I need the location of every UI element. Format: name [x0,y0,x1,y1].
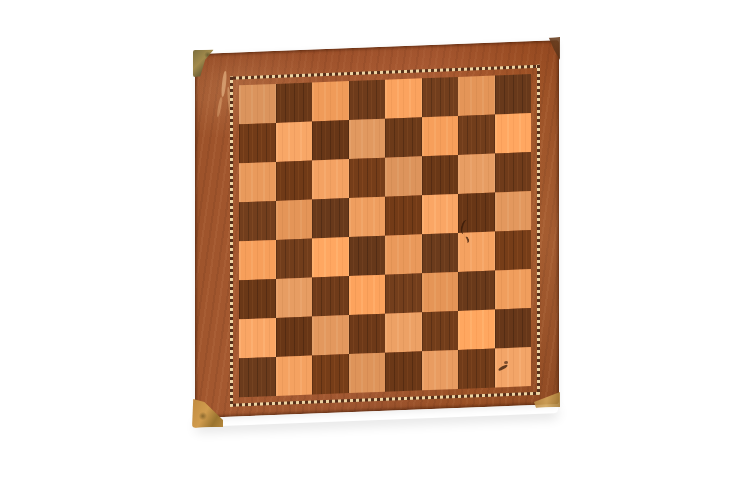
square-g1 [458,348,495,388]
square-b8 [276,83,313,123]
square-a2 [239,318,276,358]
square-g3 [458,270,495,310]
corner-bracket-top-left [193,49,214,77]
square-e2 [385,312,422,352]
square-h5 [495,191,532,231]
square-e3 [385,273,422,313]
square-h6 [495,152,532,192]
square-f4 [422,233,459,273]
square-a4 [239,240,276,280]
square-e8 [385,78,422,118]
square-h8 [495,74,532,114]
square-b3 [276,278,313,318]
square-f2 [422,311,459,351]
square-c2 [312,315,349,355]
square-f3 [422,272,459,312]
chessboard [195,40,559,427]
square-d6 [349,158,386,198]
square-b1 [276,356,313,396]
wear-mark [216,97,222,117]
square-f6 [422,155,459,195]
square-h4 [495,230,532,270]
inlay-border-right [537,65,540,395]
board-grid [239,74,531,397]
square-f1 [422,350,459,390]
square-e1 [385,351,422,391]
square-d8 [349,80,386,120]
square-f7 [422,116,459,156]
square-e4 [385,234,422,274]
square-a7 [239,123,276,163]
square-f8 [422,77,459,117]
square-c4 [312,237,349,277]
photo-background [0,0,750,500]
square-a1 [239,357,276,397]
square-b6 [276,161,313,201]
square-d3 [349,275,386,315]
square-g2 [458,309,495,349]
square-d5 [349,197,386,237]
square-a5 [239,201,276,241]
square-c3 [312,276,349,316]
square-b4 [276,239,313,279]
square-b5 [276,200,313,240]
square-d7 [349,119,386,159]
square-d4 [349,236,386,276]
square-e5 [385,195,422,235]
wear-mark [221,71,228,97]
square-b7 [276,122,313,162]
square-b2 [276,317,313,357]
square-a6 [239,162,276,202]
square-h7 [495,113,532,153]
square-g8 [458,75,495,115]
square-h2 [495,308,532,348]
square-c5 [312,198,349,238]
square-f5 [422,194,459,234]
board-frame [195,40,559,418]
square-e6 [385,156,422,196]
square-g6 [458,153,495,193]
square-c6 [312,159,349,199]
square-a3 [239,279,276,319]
square-d2 [349,314,386,354]
square-g7 [458,114,495,154]
playing-area [239,74,531,397]
square-c1 [312,354,349,394]
inlay-border-left [230,77,233,407]
square-d1 [349,353,386,393]
square-h3 [495,269,532,309]
square-c7 [312,120,349,160]
square-e7 [385,117,422,157]
corner-bracket-top-right [545,37,560,61]
square-c8 [312,81,349,121]
square-a8 [239,84,276,124]
